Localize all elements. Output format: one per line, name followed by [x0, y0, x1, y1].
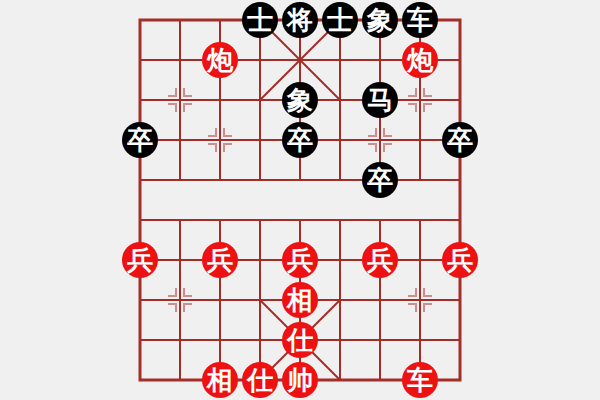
piece-black-advisor[interactable]: 士	[320, 0, 360, 40]
piece-red-pawn[interactable]: 兵	[360, 240, 400, 280]
red-cannon-glyph: 炮	[202, 42, 238, 78]
piece-red-pawn[interactable]: 兵	[200, 240, 240, 280]
piece-red-cannon[interactable]: 炮	[400, 40, 440, 80]
piece-black-pawn[interactable]: 卒	[120, 120, 160, 160]
red-advisor-glyph: 仕	[242, 362, 278, 398]
piece-black-king[interactable]: 将	[280, 0, 320, 40]
black-elephant-glyph: 象	[362, 2, 398, 38]
red-elephant-glyph: 相	[282, 282, 318, 318]
piece-black-pawn[interactable]: 卒	[360, 160, 400, 200]
piece-red-chariot[interactable]: 车	[400, 360, 440, 400]
black-pawn-glyph: 卒	[362, 162, 398, 198]
piece-black-pawn[interactable]: 卒	[440, 120, 480, 160]
piece-red-elephant[interactable]: 相	[200, 360, 240, 400]
red-pawn-glyph: 兵	[442, 242, 478, 278]
red-pawn-glyph: 兵	[362, 242, 398, 278]
piece-red-elephant[interactable]: 相	[280, 280, 320, 320]
black-elephant-glyph: 象	[282, 82, 318, 118]
black-advisor-glyph: 士	[242, 2, 278, 38]
red-chariot-glyph: 车	[402, 362, 438, 398]
piece-black-elephant[interactable]: 象	[360, 0, 400, 40]
piece-black-chariot[interactable]: 车	[400, 0, 440, 40]
piece-red-cannon[interactable]: 炮	[200, 40, 240, 80]
red-advisor-glyph: 仕	[282, 322, 318, 358]
piece-red-king[interactable]: 帅	[280, 360, 320, 400]
black-advisor-glyph: 士	[322, 2, 358, 38]
black-pawn-glyph: 卒	[122, 122, 158, 158]
red-cannon-glyph: 炮	[402, 42, 438, 78]
red-pawn-glyph: 兵	[202, 242, 238, 278]
xiangqi-board[interactable]: 士将士象车炮炮象马卒卒卒卒兵兵兵兵兵相仕相仕帅车	[120, 0, 480, 400]
black-horse-glyph: 马	[362, 82, 398, 118]
black-pawn-glyph: 卒	[442, 122, 478, 158]
piece-black-elephant[interactable]: 象	[280, 80, 320, 120]
piece-black-advisor[interactable]: 士	[240, 0, 280, 40]
screen: 士将士象车炮炮象马卒卒卒卒兵兵兵兵兵相仕相仕帅车	[0, 0, 600, 400]
piece-black-horse[interactable]: 马	[360, 80, 400, 120]
piece-black-pawn[interactable]: 卒	[280, 120, 320, 160]
black-pawn-glyph: 卒	[282, 122, 318, 158]
red-elephant-glyph: 相	[202, 362, 238, 398]
piece-red-advisor[interactable]: 仕	[240, 360, 280, 400]
piece-red-pawn[interactable]: 兵	[120, 240, 160, 280]
red-pawn-glyph: 兵	[282, 242, 318, 278]
black-chariot-glyph: 车	[402, 2, 438, 38]
piece-red-pawn[interactable]: 兵	[280, 240, 320, 280]
piece-red-pawn[interactable]: 兵	[440, 240, 480, 280]
black-king-glyph: 将	[282, 2, 318, 38]
red-king-glyph: 帅	[282, 362, 318, 398]
piece-red-advisor[interactable]: 仕	[280, 320, 320, 360]
red-pawn-glyph: 兵	[122, 242, 158, 278]
